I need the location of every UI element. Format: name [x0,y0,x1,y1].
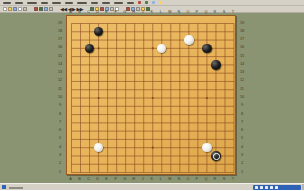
coord-label: D [93,10,102,14]
status-badge-icon[interactable] [265,186,268,189]
coord-label: 16 [238,45,246,49]
coord-label: O [183,177,192,181]
black-stone [211,60,220,69]
coord-label: 11 [238,87,246,91]
coord-label: 5 [56,136,64,140]
menu-icon[interactable] [152,1,155,4]
menu-icon[interactable] [145,1,148,4]
toolbar-icon[interactable] [18,7,22,11]
coord-label: R [210,10,219,14]
coord-label: 1 [56,170,64,174]
coord-label: G [120,177,129,181]
coord-label: P [192,177,201,181]
coord-label: 16 [56,45,64,49]
coord-label: L [156,10,165,14]
coord-label: 11 [56,87,64,91]
coord-label: 4 [56,145,64,149]
white-stone [184,35,193,44]
app-window: ◀◀◀▶▶▶ ABCDEFGHJKLMNOPQRST ABCDEFGHJKLMN… [0,0,304,190]
coord-label: 13 [238,70,246,74]
coord-label: J [138,177,147,181]
coord-label: 3 [56,153,64,157]
menu-item[interactable] [114,2,123,4]
status-badge-icon[interactable] [270,186,273,189]
coord-label: 4 [238,145,246,149]
coord-label: S [219,10,228,14]
coord-label: T [229,177,238,181]
coord-label: M [165,10,174,14]
coord-label: 9 [56,103,64,107]
coord-label: B [75,10,84,14]
coord-label: 5 [238,136,246,140]
white-stone [202,143,211,152]
toolbar-icon[interactable] [13,7,17,11]
menu-item[interactable] [91,2,98,4]
coord-label: A [66,10,75,14]
coord-label: R [210,177,219,181]
coord-label: 10 [238,95,246,99]
star-point [206,97,208,99]
coord-label: 2 [56,161,64,165]
coord-label: 10 [56,95,64,99]
status-badge-icon[interactable] [255,186,258,189]
coord-label: 15 [238,54,246,58]
coord-label: 17 [56,37,64,41]
resize-grip [302,184,304,190]
menu-item[interactable] [3,2,11,4]
status-text-blur [9,187,23,189]
coord-label: N [174,10,183,14]
coord-label: G [120,10,129,14]
coord-label: 6 [56,128,64,132]
coord-label: 3 [238,153,246,157]
menu-item[interactable] [27,2,37,4]
star-point [152,147,154,149]
toolbar-icon[interactable] [44,7,48,11]
status-icon[interactable] [2,185,6,189]
coord-label: M [165,177,174,181]
menu-icon[interactable] [138,1,141,4]
toolbar-icon[interactable] [39,7,43,11]
star-point [97,47,99,49]
menu-icon[interactable] [159,1,162,4]
coord-label: F [111,10,120,14]
coord-label: 12 [238,78,246,82]
coord-letters-top: ABCDEFGHJKLMNOPQRST [66,10,236,14]
coord-label: 2 [238,161,246,165]
coord-label: 7 [238,120,246,124]
coord-label: F [111,177,120,181]
status-badge-icon[interactable] [275,186,278,189]
star-point [152,47,154,49]
coord-label: 9 [238,103,246,107]
menu-item[interactable] [65,2,73,4]
coord-numbers-left: 19181716151413121110987654321 [56,15,64,175]
coord-label: C [84,177,93,181]
status-move-badge[interactable] [253,185,301,191]
coord-label: 1 [238,170,246,174]
edit-icons [34,7,53,11]
menu-item[interactable] [52,2,61,4]
toolbar-icon[interactable] [49,7,53,11]
menu-item[interactable] [77,2,87,4]
menu-item[interactable] [127,2,134,4]
status-badge-icon[interactable] [260,186,263,189]
file-icons [3,7,27,11]
coord-label: O [183,10,192,14]
coord-label: Q [201,10,210,14]
coord-label: L [156,177,165,181]
coord-label: 14 [238,62,246,66]
coord-label: 13 [56,70,64,74]
toolbar-icon[interactable] [3,7,7,11]
coord-label: 17 [238,37,246,41]
coord-label: 15 [56,54,64,58]
coord-label: 14 [56,62,64,66]
coord-label: K [147,177,156,181]
coord-label: 19 [238,21,246,25]
star-point [97,97,99,99]
goban[interactable] [66,15,236,175]
coord-label: 12 [56,78,64,82]
coord-label: J [138,10,147,14]
coord-label: K [147,10,156,14]
coord-label: T [229,10,238,14]
coord-label: D [93,177,102,181]
coord-label: E [102,177,111,181]
coord-label: 18 [56,29,64,33]
coord-label: 6 [238,128,246,132]
coord-label: C [84,10,93,14]
coord-label: 18 [238,29,246,33]
star-point [152,97,154,99]
coord-label: S [219,177,228,181]
menu-item[interactable] [15,2,23,4]
coord-label: 8 [238,112,246,116]
last-move-marker [213,153,219,159]
coord-label: B [75,177,84,181]
status-bar [0,183,304,190]
coord-label: N [174,177,183,181]
coord-label: 19 [56,21,64,25]
coord-label: H [129,10,138,14]
coord-label: Q [201,177,210,181]
coord-numbers-right: 19181716151413121110987654321 [238,15,246,175]
black-stone [202,44,211,53]
toolbar-icon[interactable] [34,7,38,11]
coord-letters-bottom: ABCDEFGHJKLMNOPQRST [66,177,236,181]
coord-label: P [192,10,201,14]
coord-label: H [129,177,138,181]
toolbar-icon[interactable] [8,7,12,11]
black-stone [211,151,220,160]
coord-label: E [102,10,111,14]
menu-item[interactable] [102,2,110,4]
coord-label: 8 [56,112,64,116]
menu-item[interactable] [41,2,48,4]
coord-label: A [66,177,75,181]
toolbar-icon[interactable] [23,7,27,11]
coord-label: 7 [56,120,64,124]
